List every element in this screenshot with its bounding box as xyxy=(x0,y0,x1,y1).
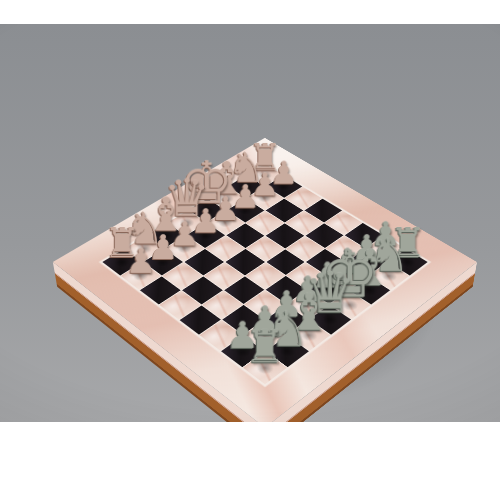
chess-rook-icon: ♜ xyxy=(245,325,286,370)
photo-page: ♜♞♝♛♚♝♞♜♟♟♟♟♟♟♟♟♟♟♟♟♟♟♟♟♜♞♝♛♚♝♞♜ xyxy=(0,0,500,500)
white-band-bottom xyxy=(0,422,500,500)
white-band-top xyxy=(0,0,500,24)
photo-background: ♜♞♝♛♚♝♞♜♟♟♟♟♟♟♟♟♟♟♟♟♟♟♟♟♜♞♝♛♚♝♞♜ xyxy=(0,24,500,422)
chess-pawn-icon: ♟ xyxy=(125,243,156,277)
scene: ♜♞♝♛♚♝♞♜♟♟♟♟♟♟♟♟♟♟♟♟♟♟♟♟♜♞♝♛♚♝♞♜ xyxy=(0,24,500,422)
